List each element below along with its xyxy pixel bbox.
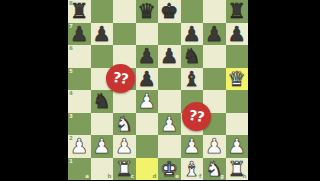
square-a4[interactable]: 4 [68,90,91,113]
piece-black-rook[interactable]: ♜ [226,0,249,23]
square-c4[interactable] [113,90,136,113]
square-d3[interactable] [136,113,159,136]
square-b3[interactable] [91,113,114,136]
square-d7[interactable] [136,23,159,46]
piece-black-pawn[interactable]: ♟ [203,23,226,46]
square-c3[interactable]: ♞ [113,113,136,136]
piece-white-rook[interactable]: ♜ [113,158,136,181]
square-a6[interactable]: 6 [68,45,91,68]
rank-label-3: 3 [69,114,73,120]
square-g6[interactable] [203,45,226,68]
piece-black-pawn[interactable]: ♟ [136,68,159,91]
piece-black-bishop[interactable]: ♝ [181,68,204,91]
square-e2[interactable] [158,135,181,158]
piece-white-bishop[interactable]: ♝ [181,158,204,181]
piece-white-pawn[interactable]: ♟ [91,135,114,158]
square-h3[interactable] [226,113,249,136]
piece-white-pawn[interactable]: ♟ [181,135,204,158]
rank-label-1: 1 [69,159,73,165]
square-h7[interactable]: ♟ [226,23,249,46]
blunder-badge-f3: ?? [182,102,211,131]
file-label-b: b [108,174,112,180]
square-b8[interactable] [91,0,114,23]
piece-black-knight[interactable]: ♞ [181,45,204,68]
square-f1[interactable]: f♝ [181,158,204,181]
rank-label-5: 5 [69,69,73,75]
square-g7[interactable]: ♟ [203,23,226,46]
square-f5[interactable]: ♝ [181,68,204,91]
blunder-badge-label: ?? [112,70,129,86]
piece-black-king[interactable]: ♚ [158,0,181,23]
piece-white-rook[interactable]: ♜ [226,158,249,181]
letterbox-left [0,0,68,180]
file-label-a: a [85,174,89,180]
square-a7[interactable]: 7♟ [68,23,91,46]
piece-white-pawn[interactable]: ♟ [203,135,226,158]
square-b2[interactable]: ♟ [91,135,114,158]
square-d4[interactable]: ♟ [136,90,159,113]
square-a8[interactable]: 8♜ [68,0,91,23]
square-d8[interactable]: ♛ [136,0,159,23]
square-h5[interactable]: ♛ [226,68,249,91]
square-d1[interactable]: d [136,158,159,181]
square-g2[interactable]: ♟ [203,135,226,158]
square-a5[interactable]: 5 [68,68,91,91]
piece-white-pawn[interactable]: ♟ [136,90,159,113]
square-e3[interactable]: ♟ [158,113,181,136]
square-e8[interactable]: ♚ [158,0,181,23]
piece-white-pawn[interactable]: ♟ [113,135,136,158]
square-e7[interactable] [158,23,181,46]
square-f6[interactable]: ♞ [181,45,204,68]
square-e1[interactable]: e♚ [158,158,181,181]
letterbox-right [248,0,320,180]
square-g5[interactable] [203,68,226,91]
rank-label-6: 6 [69,46,73,52]
square-b1[interactable]: b [91,158,114,181]
square-h6[interactable] [226,45,249,68]
chess-app-stage: 8♜♛♚♜7♟♟♟♟♟6♟♟♞5♟♝♛4♞♟3♞♟2♟♟♟♟♟♟1abc♜de♚… [0,0,320,180]
square-b7[interactable]: ♟ [91,23,114,46]
piece-white-pawn[interactable]: ♟ [158,113,181,136]
square-b4[interactable]: ♞ [91,90,114,113]
square-e5[interactable] [158,68,181,91]
square-c1[interactable]: c♜ [113,158,136,181]
square-g1[interactable]: g♞ [203,158,226,181]
square-c8[interactable] [113,0,136,23]
square-f8[interactable] [181,0,204,23]
square-d2[interactable] [136,135,159,158]
piece-white-queen[interactable]: ♛ [226,68,249,91]
rank-label-4: 4 [69,91,73,97]
piece-black-queen[interactable]: ♛ [136,0,159,23]
chess-board: 8♜♛♚♜7♟♟♟♟♟6♟♟♞5♟♝♛4♞♟3♞♟2♟♟♟♟♟♟1abc♜de♚… [68,0,248,180]
square-g8[interactable] [203,0,226,23]
square-e4[interactable] [158,90,181,113]
piece-black-pawn[interactable]: ♟ [68,23,91,46]
square-h1[interactable]: h♜ [226,158,249,181]
piece-black-knight[interactable]: ♞ [91,90,114,113]
square-e6[interactable]: ♟ [158,45,181,68]
square-h2[interactable]: ♟ [226,135,249,158]
square-c2[interactable]: ♟ [113,135,136,158]
piece-black-pawn[interactable]: ♟ [181,23,204,46]
square-b6[interactable] [91,45,114,68]
square-a3[interactable]: 3 [68,113,91,136]
piece-white-knight[interactable]: ♞ [113,113,136,136]
square-d5[interactable]: ♟ [136,68,159,91]
piece-black-pawn[interactable]: ♟ [136,45,159,68]
piece-white-pawn[interactable]: ♟ [68,135,91,158]
square-d6[interactable]: ♟ [136,45,159,68]
piece-black-pawn[interactable]: ♟ [226,23,249,46]
square-a1[interactable]: 1a [68,158,91,181]
piece-black-pawn[interactable]: ♟ [91,23,114,46]
piece-white-knight[interactable]: ♞ [203,158,226,181]
square-f2[interactable]: ♟ [181,135,204,158]
piece-white-king[interactable]: ♚ [158,158,181,181]
piece-black-rook[interactable]: ♜ [68,0,91,23]
square-c7[interactable] [113,23,136,46]
blunder-badge-c5: ?? [106,64,135,93]
file-label-d: d [153,174,157,180]
piece-black-pawn[interactable]: ♟ [158,45,181,68]
blunder-badge-label: ?? [188,108,205,124]
square-h8[interactable]: ♜ [226,0,249,23]
square-f7[interactable]: ♟ [181,23,204,46]
square-a2[interactable]: 2♟ [68,135,91,158]
piece-white-pawn[interactable]: ♟ [226,135,249,158]
square-h4[interactable] [226,90,249,113]
